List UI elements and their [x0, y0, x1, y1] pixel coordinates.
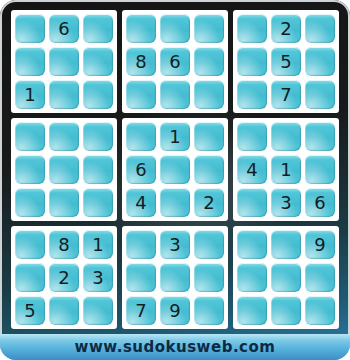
given-digit: 6 [58, 20, 69, 38]
website-link[interactable]: www.sudokusweb.com [75, 338, 276, 356]
given-digit: 4 [246, 161, 257, 179]
cell-r2c5[interactable]: 6 [160, 47, 190, 76]
given-digit: 9 [169, 302, 180, 320]
cell-r4c1[interactable] [15, 122, 45, 151]
cell-r4c6[interactable] [194, 122, 224, 151]
cell-r7c5[interactable]: 3 [160, 230, 190, 259]
cell-r8c3[interactable]: 3 [83, 263, 113, 292]
given-digit: 4 [135, 194, 146, 212]
cell-r9c9[interactable] [305, 296, 335, 325]
given-digit: 7 [280, 86, 291, 104]
given-digit: 6 [314, 194, 325, 212]
given-digit: 5 [280, 53, 291, 71]
given-digit: 3 [280, 194, 291, 212]
given-digit: 1 [280, 161, 291, 179]
cell-r8c4[interactable] [126, 263, 156, 292]
cell-r5c3[interactable] [83, 155, 113, 184]
cell-r9c6[interactable] [194, 296, 224, 325]
cell-r5c9[interactable] [305, 155, 335, 184]
cell-r9c3[interactable] [83, 296, 113, 325]
cell-r2c6[interactable] [194, 47, 224, 76]
cell-r6c3[interactable] [83, 188, 113, 217]
box-r3c2: 379 [122, 226, 228, 329]
cell-r2c9[interactable] [305, 47, 335, 76]
cell-r6c2[interactable] [49, 188, 79, 217]
cell-r1c7[interactable] [237, 14, 267, 43]
cell-r3c6[interactable] [194, 80, 224, 109]
box-r1c1: 61 [11, 10, 117, 113]
given-digit: 3 [92, 269, 103, 287]
cell-r9c1[interactable]: 5 [15, 296, 45, 325]
cell-r7c4[interactable] [126, 230, 156, 259]
given-digit: 1 [92, 236, 103, 254]
cell-r4c9[interactable] [305, 122, 335, 151]
cell-r8c6[interactable] [194, 263, 224, 292]
cell-r5c2[interactable] [49, 155, 79, 184]
given-digit: 1 [169, 128, 180, 146]
given-digit: 2 [280, 20, 291, 38]
cell-r6c1[interactable] [15, 188, 45, 217]
cell-r1c5[interactable] [160, 14, 190, 43]
cell-r1c6[interactable] [194, 14, 224, 43]
cell-r2c4[interactable]: 8 [126, 47, 156, 76]
cell-r5c1[interactable] [15, 155, 45, 184]
cell-r2c3[interactable] [83, 47, 113, 76]
box-r2c2: 1642 [122, 118, 228, 221]
given-digit: 8 [135, 53, 146, 71]
cell-r6c9[interactable]: 6 [305, 188, 335, 217]
cell-r1c1[interactable] [15, 14, 45, 43]
cell-r3c3[interactable] [83, 80, 113, 109]
cell-r6c5[interactable] [160, 188, 190, 217]
cell-r6c8[interactable]: 3 [271, 188, 301, 217]
box-r3c1: 81235 [11, 226, 117, 329]
cell-r7c6[interactable] [194, 230, 224, 259]
cell-r1c2[interactable]: 6 [49, 14, 79, 43]
cell-r8c8[interactable] [271, 263, 301, 292]
box-r2c1 [11, 118, 117, 221]
footer-bar: www.sudokusweb.com [0, 334, 350, 360]
cell-r7c8[interactable] [271, 230, 301, 259]
cell-r9c2[interactable] [49, 296, 79, 325]
given-digit: 1 [24, 86, 35, 104]
given-digit: 2 [203, 194, 214, 212]
cell-r4c7[interactable] [237, 122, 267, 151]
given-digit: 3 [169, 236, 180, 254]
cell-r2c2[interactable] [49, 47, 79, 76]
cell-r1c8[interactable]: 2 [271, 14, 301, 43]
cell-r1c9[interactable] [305, 14, 335, 43]
cell-r4c5[interactable]: 1 [160, 122, 190, 151]
cell-r3c2[interactable] [49, 80, 79, 109]
cell-r5c8[interactable]: 1 [271, 155, 301, 184]
box-r3c3: 9 [233, 226, 339, 329]
cell-r8c9[interactable] [305, 263, 335, 292]
given-digit: 6 [135, 161, 146, 179]
given-digit: 7 [135, 302, 146, 320]
cell-r5c6[interactable] [194, 155, 224, 184]
cell-r5c7[interactable]: 4 [237, 155, 267, 184]
cell-r1c3[interactable] [83, 14, 113, 43]
cell-r8c1[interactable] [15, 263, 45, 292]
cell-r3c4[interactable] [126, 80, 156, 109]
cell-r2c7[interactable] [237, 47, 267, 76]
cell-r7c9[interactable]: 9 [305, 230, 335, 259]
given-digit: 8 [58, 236, 69, 254]
cell-r3c9[interactable] [305, 80, 335, 109]
cell-r7c2[interactable]: 8 [49, 230, 79, 259]
given-digit: 6 [169, 53, 180, 71]
cell-r4c2[interactable] [49, 122, 79, 151]
cell-r4c3[interactable] [83, 122, 113, 151]
cell-r6c4[interactable]: 4 [126, 188, 156, 217]
sudoku-widget: 618625716424136812353799 www.sudokusweb.… [0, 0, 350, 360]
box-r1c3: 257 [233, 10, 339, 113]
cell-r7c3[interactable]: 1 [83, 230, 113, 259]
cell-r9c5[interactable]: 9 [160, 296, 190, 325]
cell-r8c2[interactable]: 2 [49, 263, 79, 292]
given-digit: 5 [24, 302, 35, 320]
cell-r3c5[interactable] [160, 80, 190, 109]
cell-r2c1[interactable] [15, 47, 45, 76]
cell-r2c8[interactable]: 5 [271, 47, 301, 76]
cell-r5c4[interactable]: 6 [126, 155, 156, 184]
cell-r8c5[interactable] [160, 263, 190, 292]
cell-r6c7[interactable] [237, 188, 267, 217]
cell-r3c1[interactable]: 1 [15, 80, 45, 109]
sudoku-board: 618625716424136812353799 [0, 0, 350, 334]
cell-r3c8[interactable]: 7 [271, 80, 301, 109]
cell-r8c7[interactable] [237, 263, 267, 292]
box-r1c2: 86 [122, 10, 228, 113]
cell-r9c7[interactable] [237, 296, 267, 325]
cell-r3c7[interactable] [237, 80, 267, 109]
cell-r6c6[interactable]: 2 [194, 188, 224, 217]
cell-r9c8[interactable] [271, 296, 301, 325]
cell-r7c7[interactable] [237, 230, 267, 259]
cell-r4c4[interactable] [126, 122, 156, 151]
cell-r4c8[interactable] [271, 122, 301, 151]
cell-r1c4[interactable] [126, 14, 156, 43]
box-r2c3: 4136 [233, 118, 339, 221]
given-digit: 9 [314, 236, 325, 254]
cell-r7c1[interactable] [15, 230, 45, 259]
cell-r5c5[interactable] [160, 155, 190, 184]
given-digit: 2 [58, 269, 69, 287]
cell-r9c4[interactable]: 7 [126, 296, 156, 325]
